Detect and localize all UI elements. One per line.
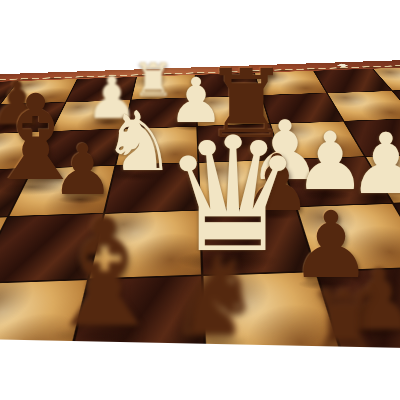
- white-background-bottom: [0, 339, 400, 400]
- chess-photo: ♟♜♟♟♜♝♞♟♟♟♟♟♛♟♟♜♞♝: [0, 0, 400, 400]
- white-background-top: [0, 0, 400, 60]
- dark-bishop-piece: ♝: [37, 198, 171, 348]
- dark-knight-piece: ♞: [165, 242, 264, 352]
